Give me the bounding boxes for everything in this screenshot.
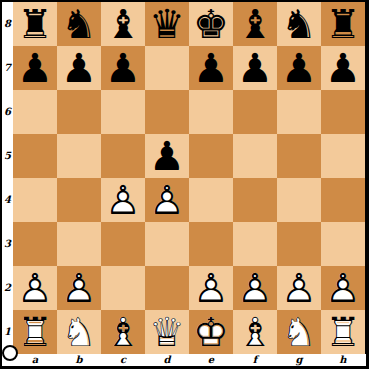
white-rook-a1[interactable]: ♜♖ bbox=[13, 310, 57, 354]
white-piece-fill-glyph: ♟ bbox=[13, 266, 57, 310]
white-pawn-b2[interactable]: ♟♙ bbox=[57, 266, 101, 310]
square-e6[interactable] bbox=[189, 90, 233, 134]
white-piece-fill-glyph: ♟ bbox=[189, 266, 233, 310]
black-rook-a8[interactable]: ♜ bbox=[13, 2, 57, 46]
square-d7[interactable] bbox=[145, 46, 189, 90]
square-f6[interactable] bbox=[233, 90, 277, 134]
square-h6[interactable] bbox=[321, 90, 365, 134]
square-b6[interactable] bbox=[57, 90, 101, 134]
chess-diagram: 87654321 ♜♞♝♛♚♝♞♜♟♟♟♟♟♟♟♟♟♙♟♙♟♙♟♙♟♙♟♙♟♙♟… bbox=[0, 0, 369, 369]
square-c1[interactable]: ♝♗ bbox=[101, 310, 145, 354]
square-h8[interactable]: ♜ bbox=[321, 2, 365, 46]
black-piece-glyph: ♞ bbox=[277, 2, 321, 46]
square-e2[interactable]: ♟♙ bbox=[189, 266, 233, 310]
black-knight-g8[interactable]: ♞ bbox=[277, 2, 321, 46]
white-piece-fill-glyph: ♞ bbox=[57, 310, 101, 354]
file-label-c: c bbox=[101, 354, 145, 366]
white-knight-b1[interactable]: ♞♘ bbox=[57, 310, 101, 354]
black-rook-h8[interactable]: ♜ bbox=[321, 2, 365, 46]
square-a2[interactable]: ♟♙ bbox=[13, 266, 57, 310]
square-b2[interactable]: ♟♙ bbox=[57, 266, 101, 310]
white-piece-outline-glyph: ♖ bbox=[13, 310, 57, 354]
square-e4[interactable] bbox=[189, 178, 233, 222]
white-pawn-e2[interactable]: ♟♙ bbox=[189, 266, 233, 310]
square-e5[interactable] bbox=[189, 134, 233, 178]
black-pawn-b7[interactable]: ♟ bbox=[57, 46, 101, 90]
white-piece-outline-glyph: ♙ bbox=[13, 266, 57, 310]
square-a5[interactable] bbox=[13, 134, 57, 178]
white-piece-fill-glyph: ♞ bbox=[277, 310, 321, 354]
black-piece-glyph: ♟ bbox=[57, 46, 101, 90]
black-piece-glyph: ♟ bbox=[277, 46, 321, 90]
black-pawn-h7[interactable]: ♟ bbox=[321, 46, 365, 90]
white-piece-outline-glyph: ♘ bbox=[277, 310, 321, 354]
square-f5[interactable] bbox=[233, 134, 277, 178]
black-piece-glyph: ♟ bbox=[321, 46, 365, 90]
black-piece-glyph: ♟ bbox=[13, 46, 57, 90]
white-piece-fill-glyph: ♛ bbox=[145, 310, 189, 354]
rank-labels: 87654321 bbox=[2, 2, 13, 354]
white-piece-outline-glyph: ♙ bbox=[189, 266, 233, 310]
square-d4[interactable]: ♟♙ bbox=[145, 178, 189, 222]
square-h2[interactable]: ♟♙ bbox=[321, 266, 365, 310]
square-f4[interactable] bbox=[233, 178, 277, 222]
square-f1[interactable]: ♝♗ bbox=[233, 310, 277, 354]
black-pawn-a7[interactable]: ♟ bbox=[13, 46, 57, 90]
square-g4[interactable] bbox=[277, 178, 321, 222]
file-label-h: h bbox=[321, 354, 365, 366]
file-label-g: g bbox=[277, 354, 321, 366]
black-queen-d8[interactable]: ♛ bbox=[145, 2, 189, 46]
square-c4[interactable]: ♟♙ bbox=[101, 178, 145, 222]
square-c8[interactable]: ♝ bbox=[101, 2, 145, 46]
black-bishop-f8[interactable]: ♝ bbox=[233, 2, 277, 46]
square-f8[interactable]: ♝ bbox=[233, 2, 277, 46]
square-a4[interactable] bbox=[13, 178, 57, 222]
white-king-e1[interactable]: ♚♔ bbox=[189, 310, 233, 354]
black-piece-glyph: ♟ bbox=[101, 46, 145, 90]
square-b8[interactable]: ♞ bbox=[57, 2, 101, 46]
white-piece-fill-glyph: ♟ bbox=[277, 266, 321, 310]
white-piece-fill-glyph: ♟ bbox=[57, 266, 101, 310]
file-labels: abcdefgh bbox=[13, 354, 365, 366]
square-f3[interactable] bbox=[233, 222, 277, 266]
square-d1[interactable]: ♛♕ bbox=[145, 310, 189, 354]
square-a6[interactable] bbox=[13, 90, 57, 134]
black-pawn-d5[interactable]: ♟ bbox=[145, 134, 189, 178]
square-b7[interactable]: ♟ bbox=[57, 46, 101, 90]
square-g6[interactable] bbox=[277, 90, 321, 134]
square-b5[interactable] bbox=[57, 134, 101, 178]
square-h4[interactable] bbox=[321, 178, 365, 222]
square-d2[interactable] bbox=[145, 266, 189, 310]
square-c3[interactable] bbox=[101, 222, 145, 266]
square-g2[interactable]: ♟♙ bbox=[277, 266, 321, 310]
white-piece-fill-glyph: ♜ bbox=[13, 310, 57, 354]
square-d6[interactable] bbox=[145, 90, 189, 134]
white-piece-fill-glyph: ♟ bbox=[233, 266, 277, 310]
square-g7[interactable]: ♟ bbox=[277, 46, 321, 90]
square-g3[interactable] bbox=[277, 222, 321, 266]
white-piece-outline-glyph: ♙ bbox=[321, 266, 365, 310]
black-knight-b8[interactable]: ♞ bbox=[57, 2, 101, 46]
white-pawn-g2[interactable]: ♟♙ bbox=[277, 266, 321, 310]
white-piece-fill-glyph: ♝ bbox=[101, 310, 145, 354]
white-bishop-c1[interactable]: ♝♗ bbox=[101, 310, 145, 354]
black-bishop-c8[interactable]: ♝ bbox=[101, 2, 145, 46]
square-e7[interactable]: ♟ bbox=[189, 46, 233, 90]
square-d8[interactable]: ♛ bbox=[145, 2, 189, 46]
rank-label-2: 2 bbox=[2, 266, 13, 310]
square-h1[interactable]: ♜♖ bbox=[321, 310, 365, 354]
square-c6[interactable] bbox=[101, 90, 145, 134]
black-piece-glyph: ♛ bbox=[145, 2, 189, 46]
rank-label-5: 5 bbox=[2, 134, 13, 178]
black-piece-glyph: ♜ bbox=[13, 2, 57, 46]
file-label-e: e bbox=[189, 354, 233, 366]
white-pawn-a2[interactable]: ♟♙ bbox=[13, 266, 57, 310]
square-b1[interactable]: ♞♘ bbox=[57, 310, 101, 354]
square-g8[interactable]: ♞ bbox=[277, 2, 321, 46]
square-a7[interactable]: ♟ bbox=[13, 46, 57, 90]
square-e3[interactable] bbox=[189, 222, 233, 266]
white-knight-g1[interactable]: ♞♘ bbox=[277, 310, 321, 354]
white-pawn-d4[interactable]: ♟♙ bbox=[145, 178, 189, 222]
rank-label-7: 7 bbox=[2, 46, 13, 90]
square-h5[interactable] bbox=[321, 134, 365, 178]
square-h3[interactable] bbox=[321, 222, 365, 266]
white-piece-fill-glyph: ♝ bbox=[233, 310, 277, 354]
black-pawn-e7[interactable]: ♟ bbox=[189, 46, 233, 90]
rank-label-6: 6 bbox=[2, 90, 13, 134]
square-g1[interactable]: ♞♘ bbox=[277, 310, 321, 354]
black-pawn-c7[interactable]: ♟ bbox=[101, 46, 145, 90]
white-piece-outline-glyph: ♔ bbox=[189, 310, 233, 354]
file-label-d: d bbox=[145, 354, 189, 366]
white-pawn-f2[interactable]: ♟♙ bbox=[233, 266, 277, 310]
white-piece-outline-glyph: ♘ bbox=[57, 310, 101, 354]
square-b3[interactable] bbox=[57, 222, 101, 266]
white-piece-outline-glyph: ♖ bbox=[321, 310, 365, 354]
square-c7[interactable]: ♟ bbox=[101, 46, 145, 90]
white-rook-h1[interactable]: ♜♖ bbox=[321, 310, 365, 354]
white-piece-outline-glyph: ♗ bbox=[101, 310, 145, 354]
white-piece-outline-glyph: ♙ bbox=[233, 266, 277, 310]
black-piece-glyph: ♞ bbox=[57, 2, 101, 46]
black-piece-glyph: ♝ bbox=[233, 2, 277, 46]
square-h7[interactable]: ♟ bbox=[321, 46, 365, 90]
square-f2[interactable]: ♟♙ bbox=[233, 266, 277, 310]
square-g5[interactable] bbox=[277, 134, 321, 178]
square-a1[interactable]: ♜♖ bbox=[13, 310, 57, 354]
file-label-a: a bbox=[13, 354, 57, 366]
white-piece-outline-glyph: ♙ bbox=[57, 266, 101, 310]
square-f7[interactable]: ♟ bbox=[233, 46, 277, 90]
white-pawn-c4[interactable]: ♟♙ bbox=[101, 178, 145, 222]
white-piece-outline-glyph: ♕ bbox=[145, 310, 189, 354]
chessboard: ♜♞♝♛♚♝♞♜♟♟♟♟♟♟♟♟♟♙♟♙♟♙♟♙♟♙♟♙♟♙♟♙♜♖♞♘♝♗♛♕… bbox=[13, 2, 365, 354]
white-pawn-h2[interactable]: ♟♙ bbox=[321, 266, 365, 310]
white-piece-outline-glyph: ♙ bbox=[145, 178, 189, 222]
square-e1[interactable]: ♚♔ bbox=[189, 310, 233, 354]
rank-label-3: 3 bbox=[2, 222, 13, 266]
white-bishop-f1[interactable]: ♝♗ bbox=[233, 310, 277, 354]
black-king-e8[interactable]: ♚ bbox=[189, 2, 233, 46]
white-piece-fill-glyph: ♟ bbox=[101, 178, 145, 222]
white-piece-outline-glyph: ♗ bbox=[233, 310, 277, 354]
square-d5[interactable]: ♟ bbox=[145, 134, 189, 178]
white-piece-fill-glyph: ♟ bbox=[145, 178, 189, 222]
black-piece-glyph: ♝ bbox=[101, 2, 145, 46]
square-d3[interactable] bbox=[145, 222, 189, 266]
black-piece-glyph: ♟ bbox=[189, 46, 233, 90]
black-piece-glyph: ♟ bbox=[145, 134, 189, 178]
square-a8[interactable]: ♜ bbox=[13, 2, 57, 46]
white-piece-outline-glyph: ♙ bbox=[101, 178, 145, 222]
rank-label-8: 8 bbox=[2, 2, 13, 46]
black-piece-glyph: ♜ bbox=[321, 2, 365, 46]
white-queen-d1[interactable]: ♛♕ bbox=[145, 310, 189, 354]
black-piece-glyph: ♟ bbox=[233, 46, 277, 90]
white-piece-outline-glyph: ♙ bbox=[277, 266, 321, 310]
turn-indicator-circle bbox=[2, 345, 18, 361]
square-a3[interactable] bbox=[13, 222, 57, 266]
white-piece-fill-glyph: ♜ bbox=[321, 310, 365, 354]
rank-label-4: 4 bbox=[2, 178, 13, 222]
square-b4[interactable] bbox=[57, 178, 101, 222]
black-pawn-f7[interactable]: ♟ bbox=[233, 46, 277, 90]
square-e8[interactable]: ♚ bbox=[189, 2, 233, 46]
white-piece-fill-glyph: ♟ bbox=[321, 266, 365, 310]
white-piece-fill-glyph: ♚ bbox=[189, 310, 233, 354]
square-c2[interactable] bbox=[101, 266, 145, 310]
file-label-f: f bbox=[233, 354, 277, 366]
file-label-b: b bbox=[57, 354, 101, 366]
black-pawn-g7[interactable]: ♟ bbox=[277, 46, 321, 90]
black-piece-glyph: ♚ bbox=[189, 2, 233, 46]
square-c5[interactable] bbox=[101, 134, 145, 178]
